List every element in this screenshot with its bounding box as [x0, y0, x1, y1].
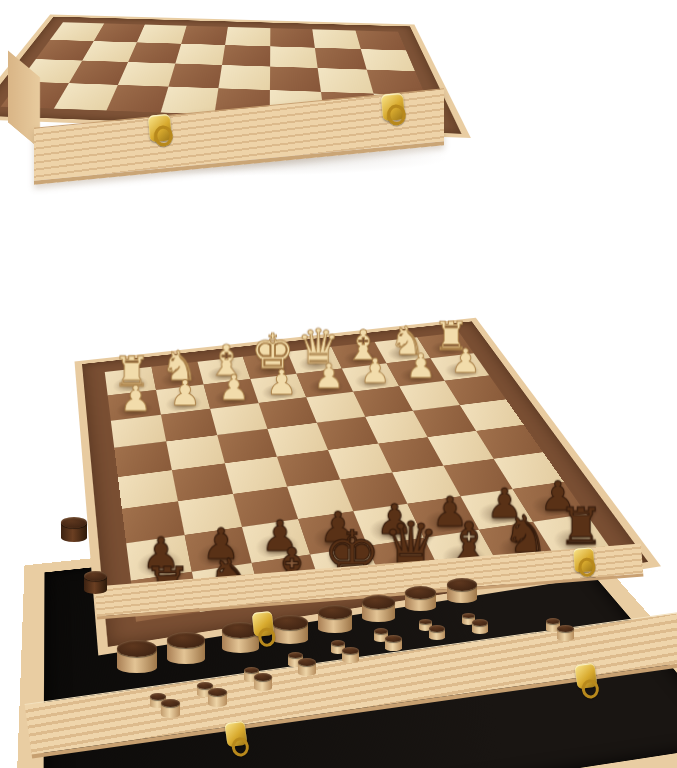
peg-top	[331, 640, 345, 646]
storage-peg	[385, 635, 402, 655]
peg-top	[254, 673, 272, 681]
lid-square	[225, 27, 270, 46]
gold-latch-icon	[573, 547, 595, 572]
storage-peg	[429, 625, 445, 644]
lid-square	[137, 25, 186, 44]
lid-square	[222, 45, 270, 67]
gold-latch-icon	[224, 721, 247, 748]
peg-top	[462, 613, 475, 618]
storage-peg	[342, 647, 359, 667]
gold-latch-icon	[574, 663, 597, 690]
peg-top	[546, 618, 560, 624]
board-square	[210, 403, 267, 435]
board-square: ♟	[108, 390, 161, 421]
lid-square	[318, 68, 373, 93]
peg-top	[208, 688, 227, 696]
peg-top	[374, 628, 388, 634]
loose-dark-piece	[61, 517, 87, 548]
lid-square	[175, 44, 225, 65]
lid-square	[270, 46, 318, 68]
peg-top	[419, 619, 432, 624]
storage-peg	[447, 578, 477, 610]
peg-top	[117, 640, 157, 657]
lid-square	[168, 64, 222, 89]
peg-top	[472, 619, 488, 626]
peg-top	[362, 595, 395, 609]
loose-dark-piece	[84, 571, 107, 599]
storage-peg	[167, 632, 205, 672]
lid-square	[218, 65, 269, 90]
lid-square	[315, 47, 366, 69]
peg-top	[167, 632, 205, 648]
gold-latch-icon	[252, 611, 274, 637]
product-photo-scene: ♜♞♝♚♛♝♞♜♟♟♟♟♟♟♟♟♟♟♟♟♟♟♟♟♜♞♝♚♛♝♞♜	[0, 0, 677, 768]
peg-top	[318, 605, 352, 619]
storage-peg	[208, 688, 227, 711]
gold-latch-icon	[148, 114, 172, 142]
lid-square	[360, 49, 415, 71]
lid-square	[269, 67, 320, 92]
peg-top	[385, 635, 402, 642]
peg-top	[61, 517, 87, 528]
peg-top	[161, 699, 180, 707]
storage-peg	[298, 658, 316, 680]
board-square	[460, 399, 524, 431]
storage-peg	[318, 605, 352, 640]
storage-peg	[557, 625, 574, 645]
storage-peg	[254, 673, 272, 695]
chess-piece-wP: ♟	[105, 382, 166, 417]
lid-square	[312, 29, 360, 48]
board-square	[118, 470, 178, 509]
lid-square	[270, 28, 315, 47]
storage-peg	[161, 699, 180, 722]
board-square	[114, 441, 172, 477]
lid-square	[128, 42, 181, 63]
peg-top	[298, 658, 316, 666]
storage-peg	[117, 640, 157, 682]
peg-top	[447, 578, 477, 591]
gold-latch-icon	[381, 93, 405, 121]
peg-top	[84, 571, 107, 581]
peg-top	[405, 586, 436, 599]
peg-top	[272, 615, 308, 630]
peg-top	[342, 647, 359, 654]
storage-peg	[405, 586, 436, 618]
peg-top	[429, 625, 445, 632]
lid-square	[106, 85, 168, 113]
lid-square	[181, 26, 228, 45]
storage-peg	[362, 595, 395, 629]
lid-square	[355, 31, 406, 51]
lid-square	[118, 62, 175, 86]
storage-peg	[472, 619, 488, 638]
storage-peg	[272, 615, 308, 652]
peg-top	[557, 625, 574, 632]
